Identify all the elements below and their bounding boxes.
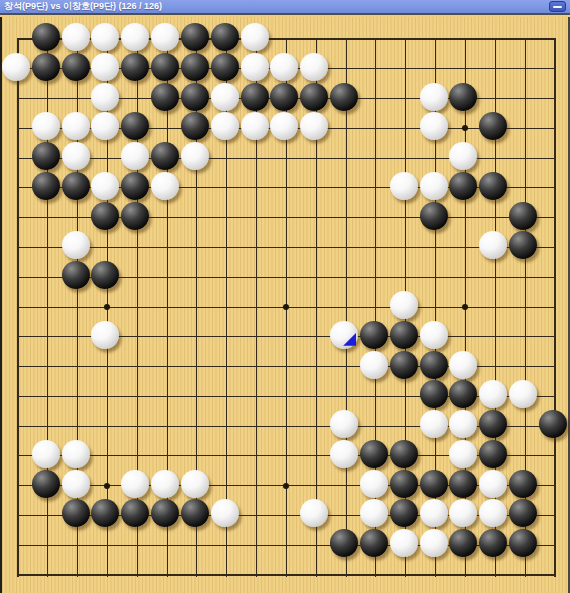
black-stone — [479, 440, 507, 468]
black-stone — [420, 380, 448, 408]
white-stone — [62, 142, 90, 170]
grid-line — [554, 39, 556, 577]
minimize-icon — [553, 6, 562, 8]
black-stone — [151, 499, 179, 527]
white-stone — [121, 142, 149, 170]
star-point — [462, 125, 468, 131]
white-stone — [330, 321, 358, 349]
white-stone — [420, 529, 448, 557]
black-stone — [330, 529, 358, 557]
go-client-window: 창석(P9단) vs 이창호(P9단) (126 / 126) — [0, 0, 570, 593]
black-stone — [211, 23, 239, 51]
white-stone — [62, 23, 90, 51]
black-stone — [62, 261, 90, 289]
white-stone — [151, 172, 179, 200]
black-stone — [32, 23, 60, 51]
white-stone — [62, 231, 90, 259]
black-stone — [151, 53, 179, 81]
white-stone — [151, 470, 179, 498]
black-stone — [32, 172, 60, 200]
black-stone — [390, 440, 418, 468]
white-stone — [91, 23, 119, 51]
white-stone — [509, 380, 537, 408]
black-stone — [181, 23, 209, 51]
white-stone — [390, 291, 418, 319]
black-stone — [121, 202, 149, 230]
black-stone — [181, 499, 209, 527]
white-stone — [420, 83, 448, 111]
white-stone — [91, 53, 119, 81]
black-stone — [390, 470, 418, 498]
star-point — [283, 304, 289, 310]
black-stone — [121, 499, 149, 527]
black-stone — [420, 470, 448, 498]
black-stone — [241, 83, 269, 111]
white-stone — [360, 351, 388, 379]
white-stone — [211, 112, 239, 140]
white-stone — [91, 83, 119, 111]
star-point — [104, 304, 110, 310]
black-stone — [420, 351, 448, 379]
white-stone — [62, 112, 90, 140]
white-stone — [181, 142, 209, 170]
black-stone — [181, 53, 209, 81]
black-stone — [91, 261, 119, 289]
white-stone — [151, 23, 179, 51]
star-point — [462, 304, 468, 310]
white-stone — [211, 499, 239, 527]
black-stone — [479, 112, 507, 140]
black-stone — [390, 499, 418, 527]
grid-line — [17, 574, 556, 576]
white-stone — [211, 83, 239, 111]
black-stone — [449, 172, 477, 200]
black-stone — [539, 410, 567, 438]
grid-line — [346, 39, 347, 577]
black-stone — [449, 83, 477, 111]
white-stone — [270, 53, 298, 81]
last-move-marker — [343, 333, 356, 346]
black-stone — [360, 321, 388, 349]
black-stone — [211, 53, 239, 81]
white-stone — [330, 410, 358, 438]
black-stone — [62, 53, 90, 81]
white-stone — [479, 231, 507, 259]
black-stone — [509, 529, 537, 557]
white-stone — [32, 440, 60, 468]
go-board[interactable] — [0, 17, 570, 593]
black-stone — [479, 410, 507, 438]
black-stone — [330, 83, 358, 111]
black-stone — [390, 351, 418, 379]
black-stone — [121, 172, 149, 200]
white-stone — [91, 321, 119, 349]
black-stone — [449, 470, 477, 498]
black-stone — [62, 499, 90, 527]
white-stone — [360, 470, 388, 498]
black-stone — [32, 142, 60, 170]
white-stone — [330, 440, 358, 468]
white-stone — [420, 321, 448, 349]
black-stone — [151, 142, 179, 170]
white-stone — [300, 53, 328, 81]
black-stone — [32, 470, 60, 498]
white-stone — [121, 470, 149, 498]
black-stone — [300, 83, 328, 111]
white-stone — [241, 112, 269, 140]
black-stone — [360, 529, 388, 557]
white-stone — [420, 499, 448, 527]
white-stone — [390, 172, 418, 200]
black-stone — [32, 53, 60, 81]
minimize-button[interactable] — [549, 1, 566, 12]
black-stone — [121, 112, 149, 140]
white-stone — [300, 112, 328, 140]
black-stone — [181, 83, 209, 111]
black-stone — [390, 321, 418, 349]
black-stone — [62, 172, 90, 200]
black-stone — [360, 440, 388, 468]
white-stone — [62, 470, 90, 498]
black-stone — [91, 499, 119, 527]
black-stone — [449, 529, 477, 557]
white-stone — [62, 440, 90, 468]
white-stone — [270, 112, 298, 140]
black-stone — [509, 499, 537, 527]
window-title: 창석(P9단) vs 이창호(P9단) (126 / 126) — [0, 0, 162, 13]
black-stone — [449, 380, 477, 408]
white-stone — [360, 499, 388, 527]
white-stone — [479, 499, 507, 527]
white-stone — [479, 470, 507, 498]
black-stone — [270, 83, 298, 111]
grid-line — [17, 247, 556, 248]
white-stone — [449, 142, 477, 170]
white-stone — [32, 112, 60, 140]
white-stone — [2, 53, 30, 81]
white-stone — [390, 529, 418, 557]
white-stone — [420, 112, 448, 140]
black-stone — [479, 172, 507, 200]
white-stone — [91, 112, 119, 140]
white-stone — [241, 23, 269, 51]
black-stone — [121, 53, 149, 81]
white-stone — [420, 172, 448, 200]
white-stone — [241, 53, 269, 81]
star-point — [104, 483, 110, 489]
grid-line — [17, 39, 19, 577]
white-stone — [181, 470, 209, 498]
white-stone — [449, 499, 477, 527]
window-titlebar[interactable]: 창석(P9단) vs 이창호(P9단) (126 / 126) — [0, 0, 570, 15]
white-stone — [91, 172, 119, 200]
black-stone — [509, 470, 537, 498]
white-stone — [449, 410, 477, 438]
black-stone — [479, 529, 507, 557]
star-point — [283, 483, 289, 489]
black-stone — [181, 112, 209, 140]
black-stone — [509, 202, 537, 230]
white-stone — [420, 410, 448, 438]
white-stone — [479, 380, 507, 408]
black-stone — [151, 83, 179, 111]
white-stone — [449, 440, 477, 468]
white-stone — [121, 23, 149, 51]
black-stone — [509, 231, 537, 259]
black-stone — [91, 202, 119, 230]
white-stone — [300, 499, 328, 527]
white-stone — [449, 351, 477, 379]
black-stone — [420, 202, 448, 230]
